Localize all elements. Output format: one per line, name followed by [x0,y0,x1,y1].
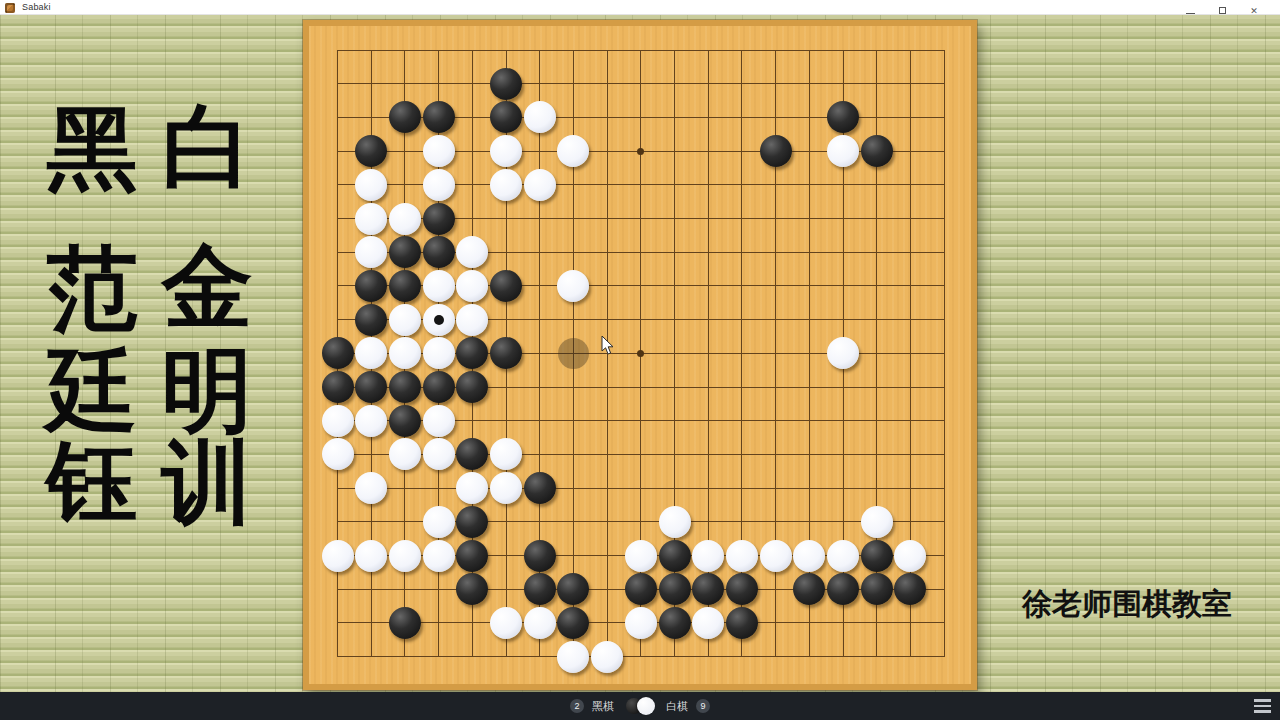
stone-black [827,101,859,133]
stone-white [355,540,387,572]
stone-black [389,270,421,302]
star-point [637,148,644,155]
stone-black [389,101,421,133]
stone-black [692,573,724,605]
stone-white [355,337,387,369]
stone-black [557,573,589,605]
menu-icon[interactable] [1254,699,1271,713]
stone-white [692,607,724,639]
caption-char-black-name-1: 范 [44,241,140,337]
stone-white [456,236,488,268]
stone-white [894,540,926,572]
caption-char-white: 白 [159,99,255,195]
status-bar: 2 黑棋 白棋 9 [0,692,1280,720]
stone-black [726,573,758,605]
black-player-label: 黑棋 [592,699,614,714]
caption-char-white-name-3: 训 [159,435,255,531]
stone-white [389,540,421,572]
stone-black [659,607,691,639]
stone-white [591,641,623,673]
stone-white [524,169,556,201]
minimize-button[interactable] [1175,0,1205,15]
stone-black [423,101,455,133]
title-bar: Sabaki ✕ [0,0,1280,15]
stone-black [322,337,354,369]
stone-black [524,573,556,605]
stone-black [456,438,488,470]
stone-black [659,540,691,572]
stone-black [456,573,488,605]
stone-white [389,304,421,336]
stone-white [726,540,758,572]
grid-line-h [338,488,945,489]
stone-black [490,101,522,133]
maximize-button[interactable] [1207,0,1237,15]
app-icon [5,3,15,13]
stone-white [490,169,522,201]
stone-white [625,607,657,639]
stone-black [322,371,354,403]
stone-white [456,472,488,504]
stone-black [423,236,455,268]
classroom-caption: 徐老师围棋教室 [1022,584,1238,625]
stone-black [793,573,825,605]
stone-white [490,438,522,470]
caption-char-black: 黑 [44,101,140,197]
stone-white [557,135,589,167]
star-point [637,350,644,357]
grid-line-h [338,656,945,657]
stone-black [524,540,556,572]
stone-white [827,337,859,369]
white-captures-badge: 9 [696,699,710,713]
stone-white [827,135,859,167]
stone-black [490,270,522,302]
stone-black [355,304,387,336]
stone-black [389,405,421,437]
go-board[interactable] [303,20,977,690]
stone-white [389,203,421,235]
stone-white [524,101,556,133]
stone-white [355,236,387,268]
last-move-marker [434,315,444,325]
stone-white [423,540,455,572]
stone-black [726,607,758,639]
stone-black [423,371,455,403]
stone-white [322,540,354,572]
stone-black [894,573,926,605]
white-stone-icon [637,697,655,715]
white-player-label: 白棋 [666,699,688,714]
stone-black [659,573,691,605]
stone-white [557,270,589,302]
mouse-cursor [601,336,615,356]
stone-white [423,438,455,470]
stone-white [355,169,387,201]
caption-char-white-name-1: 金 [159,239,255,335]
stone-white [322,405,354,437]
stone-white [793,540,825,572]
stone-black [389,371,421,403]
stone-white [389,337,421,369]
stone-white [490,607,522,639]
stone-white [423,169,455,201]
stone-white [423,405,455,437]
stone-white [456,270,488,302]
caption-char-black-name-2: 廷 [44,343,140,439]
stone-black [557,607,589,639]
stone-black [625,573,657,605]
stone-white [355,203,387,235]
stone-black [355,135,387,167]
stone-black [456,506,488,538]
stone-black [490,68,522,100]
stone-white [423,337,455,369]
grid-line-v [944,50,945,657]
stone-white [827,540,859,572]
app-title: Sabaki [22,2,51,12]
stone-white [524,607,556,639]
stone-black [355,371,387,403]
stone-black [760,135,792,167]
stone-black [423,203,455,235]
stone-black [490,337,522,369]
stone-white [692,540,724,572]
stone-black [456,540,488,572]
stone-black [456,337,488,369]
stone-white [760,540,792,572]
stone-white [322,438,354,470]
ghost-stone [558,338,589,369]
stone-white [423,135,455,167]
stone-white [625,540,657,572]
black-captures-badge: 2 [570,699,584,713]
turn-toggle[interactable] [626,697,654,715]
stone-black [827,573,859,605]
caption-char-black-name-3: 钰 [44,435,140,531]
caption-char-white-name-2: 明 [159,343,255,439]
stone-black [524,472,556,504]
stone-white [557,641,589,673]
stone-white [456,304,488,336]
stone-white [355,472,387,504]
stone-black [355,270,387,302]
stone-white [490,472,522,504]
stone-white [423,506,455,538]
stone-white [423,270,455,302]
stone-white [389,438,421,470]
stone-black [389,236,421,268]
stone-black [861,135,893,167]
stone-white [861,506,893,538]
close-button[interactable]: ✕ [1239,0,1269,15]
stone-black [389,607,421,639]
stone-white [355,405,387,437]
stone-white [490,135,522,167]
stone-black [861,540,893,572]
stone-white [659,506,691,538]
stone-black [861,573,893,605]
stone-black [456,371,488,403]
